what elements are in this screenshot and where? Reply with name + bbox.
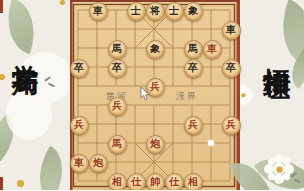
piece-black-r3c2[interactable]: 卒 [108,59,127,78]
piece-black-r0c4[interactable]: 将 [146,2,165,21]
piece-red-r6c8[interactable]: 兵 [222,116,241,135]
piece-red-r9c2[interactable]: 相 [108,173,127,191]
piece-red-r9c3[interactable]: 仕 [127,173,146,191]
piece-black-r0c5[interactable]: 士 [165,2,184,21]
piece-red-r2c7[interactable]: 車 [203,40,222,59]
piece-black-r3c6[interactable]: 卒 [184,59,203,78]
piece-red-r9c4[interactable]: 帥 [146,173,165,191]
piece-red-r8c1[interactable]: 炮 [89,154,108,173]
piece-red-r9c6[interactable]: 相 [184,173,203,191]
flower-icon [273,163,286,176]
piece-red-r8c0[interactable]: 車 [70,154,89,173]
video-frame: 学布局 悟棋理 [0,0,304,190]
piece-black-r0c6[interactable]: 象 [184,2,203,21]
piece-red-r6c6[interactable]: 兵 [184,116,203,135]
piece-red-r9c5[interactable]: 仕 [165,173,184,191]
piece-black-r2c6[interactable]: 馬 [184,40,203,59]
piece-black-r0c3[interactable]: 士 [127,2,146,21]
piece-black-r2c2[interactable]: 馬 [108,40,127,59]
piece-red-r7c4[interactable]: 炮 [146,135,165,154]
piece-red-r7c2[interactable]: 馬 [108,135,127,154]
piece-black-r3c8[interactable]: 卒 [222,59,241,78]
piece-black-r1c8[interactable]: 車 [222,21,241,40]
piece-black-r2c4[interactable]: 象 [146,40,165,59]
piece-black-r0c1[interactable]: 車 [89,2,108,21]
piece-red-r5c2[interactable]: 兵 [108,97,127,116]
piece-red-r6c0[interactable]: 兵 [70,116,89,135]
piece-black-r3c0[interactable]: 卒 [70,59,89,78]
mouse-cursor-icon [140,86,150,105]
